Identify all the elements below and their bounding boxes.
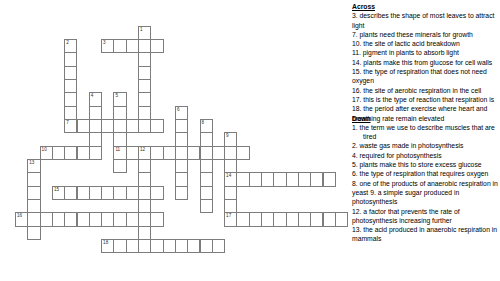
grid-cell[interactable] <box>138 119 151 133</box>
grid-cell[interactable] <box>64 92 77 106</box>
grid-cell[interactable] <box>236 146 249 160</box>
grid-cell[interactable] <box>138 186 151 200</box>
grid-cell[interactable] <box>150 239 163 253</box>
grid-cell[interactable] <box>126 186 139 200</box>
clues-panel: Across 3. describes the shape of most le… <box>352 2 498 244</box>
down-clue-list: 1. the term we use to describe muscles t… <box>352 123 498 244</box>
grid-cell[interactable] <box>150 39 163 53</box>
grid-cell[interactable] <box>64 79 77 93</box>
clue-text: 17. this is the type of reaction that re… <box>352 95 498 104</box>
grid-cell[interactable] <box>138 172 151 186</box>
grid-cell[interactable] <box>273 212 286 226</box>
grid-cell[interactable] <box>138 106 151 120</box>
clue-text: 2. waste gas made in photosynthesis <box>352 141 498 150</box>
clue-text: 15. the type of respiration that does no… <box>352 67 498 86</box>
grid-cell[interactable] <box>224 199 237 213</box>
grid-cell[interactable] <box>77 146 90 160</box>
clue-text: 13. the acid produced in anaerobic respi… <box>352 225 498 244</box>
grid-cell[interactable] <box>138 52 151 66</box>
grid-cell[interactable] <box>27 199 40 213</box>
clue-number: 15 <box>54 187 59 192</box>
grid-cell[interactable] <box>163 239 176 253</box>
grid-cell[interactable] <box>150 186 163 200</box>
grid-cell[interactable] <box>77 119 90 133</box>
clue-number: 9 <box>226 133 229 138</box>
grid-cell[interactable] <box>64 66 77 80</box>
clue-number: 3 <box>103 40 106 45</box>
grid-cell[interactable]: 15 <box>52 186 65 200</box>
grid-cell[interactable] <box>310 172 323 186</box>
grid-cell[interactable] <box>77 212 90 226</box>
grid-cell[interactable] <box>113 186 126 200</box>
grid-cell[interactable] <box>236 172 249 186</box>
grid-cell[interactable] <box>286 212 299 226</box>
grid-cell[interactable] <box>200 172 213 186</box>
clue-text: 11. pigment in plants to absorb light <box>352 48 498 57</box>
grid-cell[interactable] <box>138 199 151 213</box>
grid-cell[interactable] <box>200 199 213 213</box>
grid-cell[interactable] <box>138 92 151 106</box>
grid-cell[interactable]: 10 <box>40 146 53 160</box>
grid-cell[interactable] <box>187 146 200 160</box>
grid-cell[interactable] <box>335 212 348 226</box>
grid-cell[interactable] <box>113 239 126 253</box>
grid-cell[interactable]: 11 <box>113 146 126 160</box>
grid-cell[interactable]: 3 <box>101 39 114 53</box>
grid-cell[interactable]: 13 <box>27 159 40 173</box>
grid-cell[interactable] <box>40 212 53 226</box>
grid-cell[interactable]: 5 <box>113 92 126 106</box>
grid-cell[interactable]: 1 <box>138 26 151 40</box>
grid-cell[interactable]: 7 <box>64 119 77 133</box>
clue-number: 16 <box>17 213 22 218</box>
grid-cell[interactable] <box>138 39 151 53</box>
grid-cell[interactable]: 16 <box>15 212 28 226</box>
grid-cell[interactable] <box>273 172 286 186</box>
grid-cell[interactable] <box>89 212 102 226</box>
grid-cell[interactable] <box>138 79 151 93</box>
grid-cell[interactable] <box>138 159 151 173</box>
down-section: Down 1. the term we use to describe musc… <box>352 114 498 244</box>
grid-cell[interactable] <box>27 172 40 186</box>
clue-number: 13 <box>29 160 34 165</box>
clue-text: 7. plants need these minerals for growth <box>352 30 498 39</box>
grid-cell[interactable] <box>298 172 311 186</box>
grid-cell[interactable]: 4 <box>89 92 102 106</box>
grid-cell[interactable]: 12 <box>138 146 151 160</box>
grid-cell[interactable] <box>126 39 139 53</box>
grid-cell[interactable] <box>52 212 65 226</box>
grid-cell[interactable] <box>224 186 237 200</box>
grid-cell[interactable] <box>27 226 40 240</box>
crossword-grid[interactable]: 123451167891417101213151618 <box>0 0 352 281</box>
grid-cell[interactable] <box>212 146 225 160</box>
grid-cell[interactable] <box>187 239 200 253</box>
grid-cell[interactable] <box>212 239 225 253</box>
grid-cell[interactable] <box>310 212 323 226</box>
grid-cell[interactable] <box>101 212 114 226</box>
grid-cell[interactable] <box>138 239 151 253</box>
grid-cell[interactable] <box>52 146 65 160</box>
grid-cell[interactable] <box>64 146 77 160</box>
down-header: Down <box>352 114 498 123</box>
grid-cell[interactable] <box>64 52 77 66</box>
clue-text: 8. one of the products of anaerobic resp… <box>352 179 498 207</box>
clue-text: 1. the term we use to describe muscles t… <box>352 123 498 142</box>
clue-number: 7 <box>66 120 69 125</box>
grid-cell[interactable] <box>163 146 176 160</box>
grid-cell[interactable]: 18 <box>101 239 114 253</box>
grid-cell[interactable] <box>89 186 102 200</box>
grid-cell[interactable] <box>126 119 139 133</box>
clue-text: 10. the site of lactic acid breakdown <box>352 39 498 48</box>
grid-cell[interactable] <box>175 146 188 160</box>
clue-number: 2 <box>66 40 69 45</box>
grid-cell[interactable] <box>89 106 102 120</box>
grid-cell[interactable] <box>175 172 188 186</box>
grid-cell[interactable] <box>200 146 213 160</box>
grid-cell[interactable] <box>101 119 114 133</box>
grid-cell[interactable] <box>261 212 274 226</box>
grid-cell[interactable] <box>249 172 262 186</box>
grid-cell[interactable]: 9 <box>224 132 237 146</box>
clue-number: 18 <box>103 240 108 245</box>
grid-cell[interactable] <box>249 212 262 226</box>
clue-number: 6 <box>177 107 180 112</box>
grid-cell[interactable]: 14 <box>224 172 237 186</box>
grid-cell[interactable] <box>27 212 40 226</box>
grid-cell[interactable] <box>113 39 126 53</box>
grid-cell[interactable]: 2 <box>64 39 77 53</box>
worksheet-slide: 123451167891417101213151618 Across 3. de… <box>0 0 500 281</box>
clue-number: 10 <box>42 147 47 152</box>
clue-number: 5 <box>115 93 118 98</box>
grid-cell[interactable] <box>113 132 126 146</box>
grid-cell[interactable] <box>175 239 188 253</box>
clue-number: 1 <box>140 27 143 32</box>
grid-cell[interactable] <box>175 159 188 173</box>
grid-cell[interactable] <box>89 119 102 133</box>
grid-cell[interactable]: 17 <box>224 212 237 226</box>
grid-cell[interactable] <box>27 186 40 200</box>
grid-cell[interactable] <box>175 119 188 133</box>
grid-cell[interactable] <box>298 212 311 226</box>
clue-text: 14. plants make this from glucose for ce… <box>352 58 498 67</box>
grid-cell[interactable] <box>138 212 151 226</box>
grid-cell[interactable] <box>200 239 213 253</box>
grid-cell[interactable] <box>113 119 126 133</box>
clue-number: 8 <box>202 120 205 125</box>
clue-text: 4. required for photosynthesis <box>352 151 498 160</box>
clue-number: 14 <box>226 173 231 178</box>
grid-cell[interactable] <box>101 186 114 200</box>
across-clue-list: 3. describes the shape of most leaves to… <box>352 11 498 123</box>
grid-cell[interactable] <box>113 212 126 226</box>
clue-text: 5. plants make this to store excess gluc… <box>352 160 498 169</box>
grid-cell[interactable] <box>64 106 77 120</box>
grid-cell[interactable] <box>200 159 213 173</box>
grid-cell[interactable] <box>64 212 77 226</box>
clue-text: 6. the type of respiration that requires… <box>352 169 498 178</box>
grid-cell[interactable] <box>126 239 139 253</box>
grid-cell[interactable] <box>150 119 163 133</box>
grid-cell[interactable] <box>323 172 336 186</box>
grid-cell[interactable] <box>224 159 237 173</box>
clue-text: 16. the site of aerobic respiration in t… <box>352 86 498 95</box>
clue-number: 17 <box>226 213 231 218</box>
grid-cell[interactable] <box>77 186 90 200</box>
grid-cell[interactable] <box>150 212 163 226</box>
grid-cell[interactable] <box>89 132 102 146</box>
grid-cell[interactable] <box>236 212 249 226</box>
across-header: Across <box>352 2 498 11</box>
grid-cell[interactable] <box>89 146 102 160</box>
grid-cell[interactable] <box>138 66 151 80</box>
clue-number: 11 <box>115 147 120 152</box>
grid-cell[interactable]: 6 <box>175 106 188 120</box>
grid-cell[interactable] <box>200 132 213 146</box>
clue-text: 3. describes the shape of most leaves to… <box>352 11 498 30</box>
grid-cell[interactable] <box>286 172 299 186</box>
grid-cell[interactable] <box>175 186 188 200</box>
grid-cell[interactable] <box>113 106 126 120</box>
grid-cell[interactable] <box>126 146 139 160</box>
clue-text: 12. a factor that prevents the rate of p… <box>352 207 498 226</box>
grid-cell[interactable] <box>150 146 163 160</box>
clue-number: 12 <box>140 147 145 152</box>
grid-cell[interactable] <box>126 212 139 226</box>
grid-cell[interactable] <box>224 146 237 160</box>
grid-cell[interactable] <box>175 132 188 146</box>
grid-cell[interactable] <box>200 186 213 200</box>
grid-cell[interactable] <box>323 212 336 226</box>
grid-cell[interactable] <box>113 159 126 173</box>
grid-cell[interactable] <box>64 186 77 200</box>
grid-cell[interactable]: 8 <box>200 119 213 133</box>
grid-cell[interactable] <box>138 226 151 240</box>
clue-number: 4 <box>91 93 94 98</box>
grid-cell[interactable] <box>261 172 274 186</box>
